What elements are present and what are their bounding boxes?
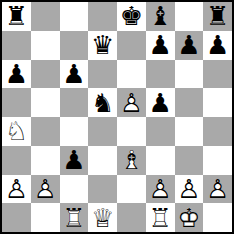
square-a8[interactable]: ♜ <box>2 2 31 31</box>
white-pawn-icon[interactable]: ♟♙ <box>203 175 232 204</box>
square-c2[interactable] <box>60 175 89 204</box>
black-pawn-icon-glyph: ♟ <box>148 89 171 117</box>
square-e3[interactable]: ♝♗ <box>117 146 146 175</box>
square-c3[interactable]: ♟ <box>60 146 89 175</box>
square-h2[interactable]: ♟♙ <box>203 175 232 204</box>
black-pawn-icon[interactable]: ♟ <box>60 60 89 89</box>
black-pawn-icon-glyph: ♟ <box>5 60 28 88</box>
square-b7[interactable] <box>31 31 60 60</box>
black-bishop-icon[interactable]: ♝ <box>146 2 175 31</box>
square-e6[interactable] <box>117 60 146 89</box>
square-g7[interactable]: ♟ <box>175 31 204 60</box>
white-pawn-icon[interactable]: ♟♙ <box>31 175 60 204</box>
square-f6[interactable] <box>146 60 175 89</box>
white-rook-icon[interactable]: ♜♖ <box>146 203 175 232</box>
chess-board: ♜♚♝♜♛♟♟♟♟♟♞♟♙♟♞♘♟♝♗♟♙♟♙♟♙♟♙♟♙♜♖♛♕♜♖♚♔ <box>0 0 234 234</box>
square-a7[interactable] <box>2 31 31 60</box>
white-rook-icon-outline: ♖ <box>148 204 171 232</box>
square-b6[interactable] <box>31 60 60 89</box>
square-h1[interactable] <box>203 203 232 232</box>
square-g1[interactable]: ♚♔ <box>175 203 204 232</box>
square-a6[interactable]: ♟ <box>2 60 31 89</box>
black-pawn-icon-glyph: ♟ <box>62 146 85 174</box>
square-g2[interactable]: ♟♙ <box>175 175 204 204</box>
square-d7[interactable]: ♛ <box>88 31 117 60</box>
black-pawn-icon[interactable]: ♟ <box>60 146 89 175</box>
square-g3[interactable] <box>175 146 204 175</box>
black-knight-icon[interactable]: ♞ <box>88 88 117 117</box>
square-b8[interactable] <box>31 2 60 31</box>
white-queen-icon-outline: ♕ <box>91 204 114 232</box>
white-knight-icon[interactable]: ♞♘ <box>2 117 31 146</box>
square-b1[interactable] <box>31 203 60 232</box>
white-rook-icon-outline: ♖ <box>62 204 85 232</box>
white-knight-icon-outline: ♘ <box>5 117 28 145</box>
square-e7[interactable] <box>117 31 146 60</box>
square-g5[interactable] <box>175 88 204 117</box>
white-pawn-icon[interactable]: ♟♙ <box>175 175 204 204</box>
square-h3[interactable] <box>203 146 232 175</box>
square-e8[interactable]: ♚ <box>117 2 146 31</box>
white-pawn-icon-outline: ♙ <box>148 175 171 203</box>
square-f4[interactable] <box>146 117 175 146</box>
square-e2[interactable] <box>117 175 146 204</box>
square-a3[interactable] <box>2 146 31 175</box>
square-f5[interactable]: ♟ <box>146 88 175 117</box>
square-c6[interactable]: ♟ <box>60 60 89 89</box>
white-bishop-icon-outline: ♗ <box>120 146 143 174</box>
square-c4[interactable] <box>60 117 89 146</box>
white-pawn-icon[interactable]: ♟♙ <box>117 88 146 117</box>
black-pawn-icon[interactable]: ♟ <box>175 31 204 60</box>
square-c1[interactable]: ♜♖ <box>60 203 89 232</box>
square-h8[interactable]: ♜ <box>203 2 232 31</box>
square-f8[interactable]: ♝ <box>146 2 175 31</box>
white-rook-icon[interactable]: ♜♖ <box>60 203 89 232</box>
black-pawn-icon[interactable]: ♟ <box>2 60 31 89</box>
square-e4[interactable] <box>117 117 146 146</box>
square-d2[interactable] <box>88 175 117 204</box>
black-pawn-icon-glyph: ♟ <box>206 31 229 59</box>
square-f1[interactable]: ♜♖ <box>146 203 175 232</box>
black-rook-icon[interactable]: ♜ <box>2 2 31 31</box>
square-c8[interactable] <box>60 2 89 31</box>
square-g6[interactable] <box>175 60 204 89</box>
white-pawn-icon[interactable]: ♟♙ <box>2 175 31 204</box>
square-a1[interactable] <box>2 203 31 232</box>
square-f7[interactable]: ♟ <box>146 31 175 60</box>
square-e5[interactable]: ♟♙ <box>117 88 146 117</box>
square-b2[interactable]: ♟♙ <box>31 175 60 204</box>
square-g8[interactable] <box>175 2 204 31</box>
square-b3[interactable] <box>31 146 60 175</box>
square-a4[interactable]: ♞♘ <box>2 117 31 146</box>
square-d1[interactable]: ♛♕ <box>88 203 117 232</box>
white-bishop-icon[interactable]: ♝♗ <box>117 146 146 175</box>
square-e1[interactable] <box>117 203 146 232</box>
black-pawn-icon[interactable]: ♟ <box>203 31 232 60</box>
black-rook-icon-glyph: ♜ <box>5 2 28 30</box>
square-d4[interactable] <box>88 117 117 146</box>
square-h4[interactable] <box>203 117 232 146</box>
square-h6[interactable] <box>203 60 232 89</box>
black-rook-icon-glyph: ♜ <box>206 2 229 30</box>
square-a2[interactable]: ♟♙ <box>2 175 31 204</box>
square-b4[interactable] <box>31 117 60 146</box>
black-pawn-icon-glyph: ♟ <box>62 60 85 88</box>
square-c7[interactable] <box>60 31 89 60</box>
square-b5[interactable] <box>31 88 60 117</box>
black-queen-icon[interactable]: ♛ <box>88 31 117 60</box>
black-queen-icon-glyph: ♛ <box>91 31 114 59</box>
white-king-icon[interactable]: ♚♔ <box>175 203 204 232</box>
square-d3[interactable] <box>88 146 117 175</box>
white-pawn-icon-outline: ♙ <box>5 175 28 203</box>
black-pawn-icon-glyph: ♟ <box>177 31 200 59</box>
square-a5[interactable] <box>2 88 31 117</box>
white-pawn-icon-outline: ♙ <box>177 175 200 203</box>
black-pawn-icon[interactable]: ♟ <box>146 31 175 60</box>
black-bishop-icon-glyph: ♝ <box>148 2 171 30</box>
square-h5[interactable] <box>203 88 232 117</box>
square-d8[interactable] <box>88 2 117 31</box>
white-king-icon-outline: ♔ <box>177 204 200 232</box>
white-pawn-icon[interactable]: ♟♙ <box>146 175 175 204</box>
black-king-icon[interactable]: ♚ <box>117 2 146 31</box>
square-f2[interactable]: ♟♙ <box>146 175 175 204</box>
square-d5[interactable]: ♞ <box>88 88 117 117</box>
square-f3[interactable] <box>146 146 175 175</box>
black-pawn-icon-glyph: ♟ <box>148 31 171 59</box>
white-pawn-icon-outline: ♙ <box>206 175 229 203</box>
white-pawn-icon-outline: ♙ <box>33 175 56 203</box>
square-c5[interactable] <box>60 88 89 117</box>
white-queen-icon[interactable]: ♛♕ <box>88 203 117 232</box>
square-d6[interactable] <box>88 60 117 89</box>
black-pawn-icon[interactable]: ♟ <box>146 88 175 117</box>
black-rook-icon[interactable]: ♜ <box>203 2 232 31</box>
black-king-icon-glyph: ♚ <box>120 2 143 30</box>
square-h7[interactable]: ♟ <box>203 31 232 60</box>
square-g4[interactable] <box>175 117 204 146</box>
white-pawn-icon-outline: ♙ <box>120 89 143 117</box>
black-knight-icon-glyph: ♞ <box>91 89 114 117</box>
